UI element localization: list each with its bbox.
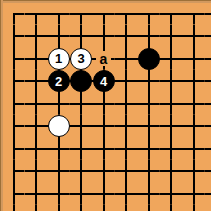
intersection [137,137,160,160]
intersection [115,205,138,211]
intersection [25,92,48,115]
intersection [47,2,70,25]
intersection [182,2,205,25]
intersection [25,205,48,211]
intersection [182,47,205,70]
intersection [2,205,25,211]
intersection [25,160,48,183]
intersection [2,160,25,183]
intersection [70,2,93,25]
intersection [70,92,93,115]
intersection [25,137,48,160]
intersection [92,115,115,138]
intersection [92,2,115,25]
intersection [92,160,115,183]
intersection [70,115,93,138]
intersection [160,137,183,160]
intersection [137,92,160,115]
black-stone [138,48,160,70]
intersection [2,47,25,70]
intersection [137,70,160,93]
intersection [25,2,48,25]
intersection [115,70,138,93]
intersection [205,137,211,160]
intersection [182,25,205,48]
intersection [205,160,211,183]
intersection [205,25,211,48]
intersection [160,205,183,211]
intersection [205,70,211,93]
intersection [205,205,211,211]
intersection [115,182,138,205]
intersection [47,25,70,48]
go-diagram: 1324a [0,0,211,211]
intersection [25,182,48,205]
intersection [182,92,205,115]
intersection [2,70,25,93]
intersection [137,205,160,211]
go-board: 1324a [2,2,211,211]
intersection [2,115,25,138]
intersection [137,25,160,48]
intersection [160,182,183,205]
intersection [182,182,205,205]
intersection [70,137,93,160]
intersection [92,182,115,205]
intersection [47,205,70,211]
intersection [160,115,183,138]
intersection [137,160,160,183]
intersection [182,160,205,183]
intersection [70,182,93,205]
intersection [205,47,211,70]
intersection [115,92,138,115]
intersection [115,47,138,70]
intersection [25,47,48,70]
board-edge-top [0,0,211,3]
intersection [92,25,115,48]
intersection [2,137,25,160]
intersection [115,137,138,160]
intersection [25,70,48,93]
intersection [182,115,205,138]
intersection [137,182,160,205]
intersection [205,2,211,25]
intersection [160,47,183,70]
intersection [160,92,183,115]
white-stone-1: 1 [48,48,70,70]
intersection [182,137,205,160]
intersection [160,70,183,93]
black-stone-2: 2 [48,70,70,92]
intersection [160,25,183,48]
intersection [2,2,25,25]
intersection [47,160,70,183]
intersection [137,115,160,138]
intersection [92,92,115,115]
intersection [115,25,138,48]
white-stone [48,115,70,137]
intersection [182,205,205,211]
intersection [205,115,211,138]
intersection [70,25,93,48]
intersection [25,115,48,138]
intersection [25,25,48,48]
intersection [160,2,183,25]
intersection [2,92,25,115]
intersection [47,182,70,205]
black-stone-4: 4 [93,70,115,92]
intersection [70,205,93,211]
intersection [137,2,160,25]
intersection [2,182,25,205]
point-label-a: a [96,51,111,66]
intersection [115,2,138,25]
white-stone-3: 3 [70,48,92,70]
intersection [115,160,138,183]
black-stone [70,70,92,92]
board-edge-left [0,0,3,211]
intersection [92,137,115,160]
intersection [92,205,115,211]
intersection [115,115,138,138]
intersection [70,160,93,183]
intersection [182,70,205,93]
intersection [47,137,70,160]
intersection [205,92,211,115]
intersection [2,25,25,48]
intersection [160,160,183,183]
intersection [205,182,211,205]
intersection [47,92,70,115]
